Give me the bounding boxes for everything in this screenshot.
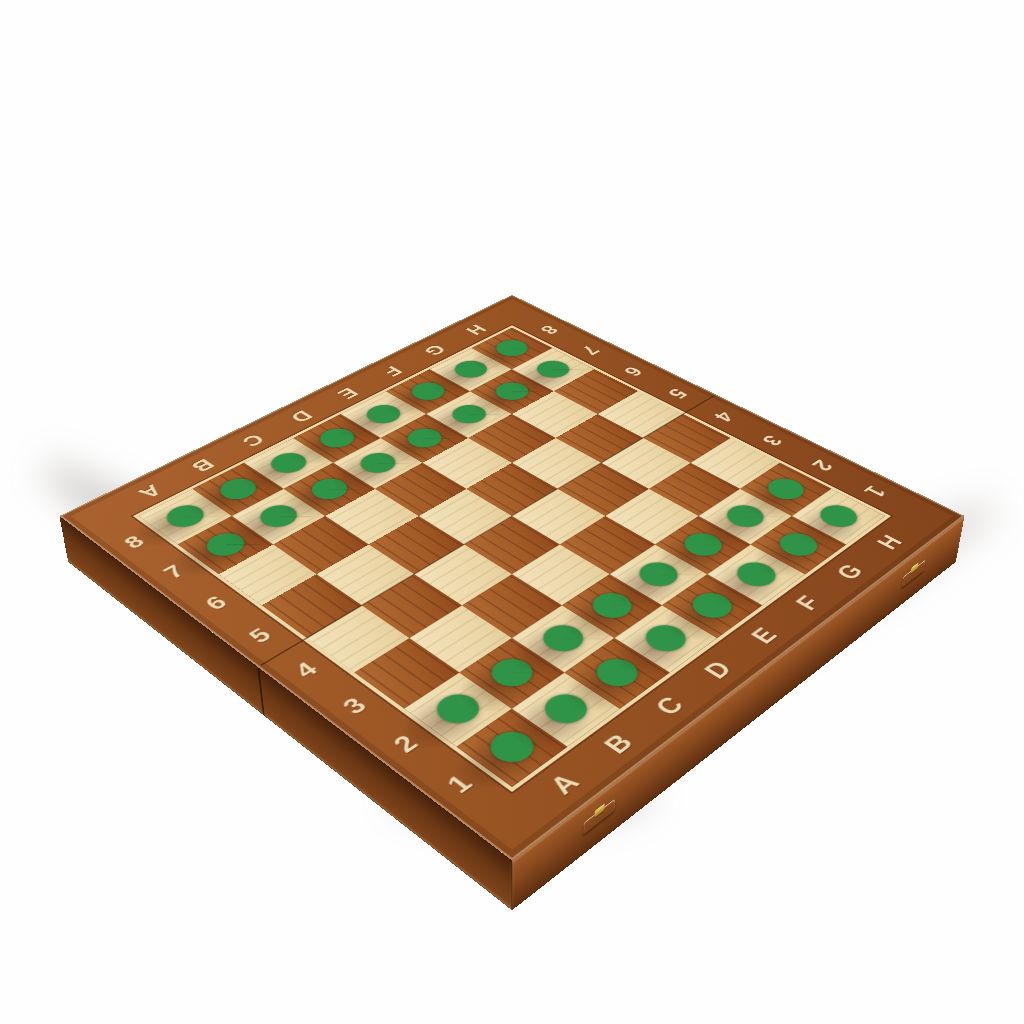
file-label-near-text: D bbox=[697, 657, 738, 684]
file-label-far-text: D bbox=[285, 407, 317, 425]
scene: AA88BB77CC66DD55EE44FF33GG22HH11 ♜♞♝♛♚♝♞… bbox=[0, 0, 1024, 1024]
white-rook-glyph[interactable]: ♜ bbox=[443, 579, 581, 771]
file-label-near-text: C bbox=[649, 692, 691, 720]
black-pawn-glyph[interactable]: ♟ bbox=[171, 411, 281, 564]
file-label-far-text: E bbox=[332, 385, 363, 402]
file-label-near-text: B bbox=[597, 729, 640, 759]
folding-chess-box: AA88BB77CC66DD55EE44FF33GG22HH11 ♜♞♝♛♚♝♞… bbox=[59, 295, 964, 861]
brass-latch bbox=[901, 560, 925, 588]
brass-latch bbox=[584, 798, 616, 834]
rank-label-left-text: 6 bbox=[200, 592, 233, 614]
file-label-far-text: A bbox=[133, 481, 167, 501]
rank-label-left-text: 3 bbox=[336, 693, 373, 719]
file-label-near-text: G bbox=[830, 560, 870, 584]
chess-board-grid[interactable]: ♜♞♝♛♚♝♞♜♟♟♟♟♟♟♟♟♟♟♟♟♟♟♟♟♜♞♝♛♚♝♞♜ bbox=[139, 328, 886, 787]
chess-board[interactable]: AA88BB77CC66DD55EE44FF33GG22HH11 ♜♞♝♛♚♝♞… bbox=[59, 295, 964, 861]
file-label-far-text: F bbox=[377, 363, 406, 379]
fold-seam-side bbox=[257, 667, 265, 717]
file-label-far-text: H bbox=[460, 322, 490, 337]
rank-label-left-text: 4 bbox=[288, 658, 323, 683]
rank-label-left-text: 5 bbox=[243, 624, 277, 647]
file-label-far-text: G bbox=[419, 341, 451, 357]
rank-label-right-text: 7 bbox=[575, 342, 604, 357]
file-label-near-text: A bbox=[543, 768, 587, 799]
rank-label-right-text: 8 bbox=[535, 322, 563, 336]
file-label-near-text: H bbox=[871, 531, 909, 553]
photo-backdrop: AA88BB77CC66DD55EE44FF33GG22HH11 ♜♞♝♛♚♝♞… bbox=[0, 0, 1024, 1024]
